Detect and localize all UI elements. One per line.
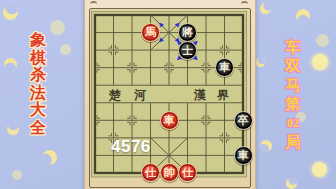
moon-icon: [293, 6, 313, 26]
piece-red-chariot[interactable]: 車: [160, 111, 179, 130]
piece-red-horse[interactable]: 馬: [141, 23, 160, 42]
piece-black-chariot[interactable]: 車: [215, 58, 234, 77]
moon-icon: [285, 177, 298, 189]
moon-icon: [316, 34, 329, 47]
piece-red-general[interactable]: 帥: [160, 163, 179, 182]
piece-black-advisor[interactable]: 士: [178, 41, 197, 60]
piece-red-advisor[interactable]: 仕: [141, 163, 160, 182]
moon-icon: [60, 44, 71, 55]
video-code: 4576: [111, 137, 151, 157]
piece-black-chariot[interactable]: 車: [234, 146, 253, 165]
video-frame: 象 棋 杀 法 大 全 车 双 马 第 02 局 楚 河 漢 界 馬將士車車卒車…: [0, 0, 336, 189]
moon-icon: [312, 162, 327, 177]
left-title: 象 棋 杀 法 大 全: [24, 31, 52, 136]
title-char: 02: [287, 114, 299, 133]
moon-icon: [50, 20, 65, 35]
moon-icon: [1, 3, 20, 22]
piece-black-soldier[interactable]: 卒: [234, 111, 253, 130]
moon-icon: [256, 58, 265, 67]
title-char: 全: [30, 119, 46, 137]
right-title: 车 双 马 第 02 局: [279, 38, 307, 152]
moon-icon: [5, 121, 21, 137]
title-char: 象: [30, 31, 46, 49]
moon-icon: [312, 54, 328, 70]
piece-red-advisor[interactable]: 仕: [178, 163, 197, 182]
title-char: 大: [30, 101, 46, 119]
title-char: 局: [286, 133, 301, 152]
title-char: 双: [286, 57, 301, 76]
moon-icon: [2, 56, 20, 74]
piece-black-general[interactable]: 將: [178, 23, 197, 42]
title-char: 杀: [30, 66, 46, 84]
title-char: 法: [30, 84, 46, 102]
moon-icon: [12, 170, 22, 180]
moon-icon: [260, 140, 272, 152]
title-char: 马: [286, 76, 301, 95]
last-move-marker: ▲▲▲▲: [160, 23, 179, 42]
moon-icon: [40, 148, 59, 167]
title-char: 车: [286, 38, 301, 57]
title-char: 第: [286, 95, 301, 114]
title-char: 棋: [30, 49, 46, 67]
moon-icon: [259, 2, 272, 15]
